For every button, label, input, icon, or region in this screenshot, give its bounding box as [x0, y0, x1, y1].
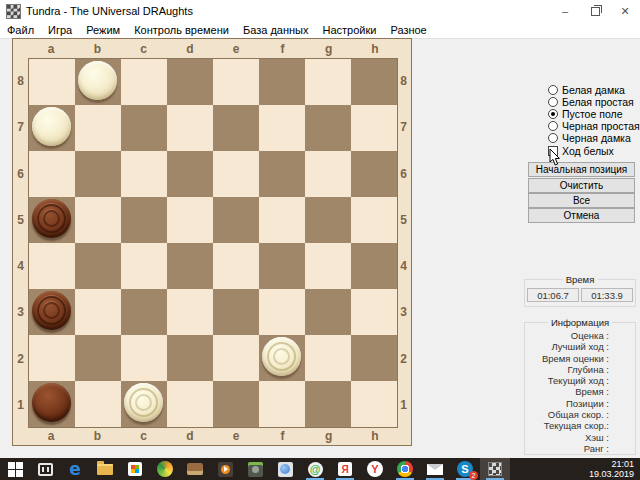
file-label: a	[28, 39, 74, 58]
taskbar-button-media-app[interactable]	[210, 458, 240, 480]
square-h1[interactable]	[351, 381, 397, 427]
radio-unselected[interactable]	[548, 121, 558, 131]
radio-label: Черная дамка	[562, 132, 631, 144]
square-g1[interactable]	[305, 381, 351, 427]
square-d5[interactable]	[167, 197, 213, 243]
square-a1[interactable]	[29, 381, 75, 427]
rank-label: 4	[13, 243, 28, 289]
square-e4[interactable]	[213, 243, 259, 289]
white-king-c1[interactable]	[124, 383, 163, 422]
square-b5[interactable]	[75, 197, 121, 243]
chrome-icon	[397, 461, 413, 477]
taskbar-button-store[interactable]	[120, 458, 150, 480]
file-explorer-icon	[97, 464, 113, 475]
rank-labels-right: 87654321	[396, 58, 411, 428]
white-man-b8[interactable]	[78, 61, 117, 100]
info-row: Общая скор. :	[525, 409, 635, 420]
board-squares	[28, 58, 398, 428]
taskbar-button-start[interactable]	[0, 458, 30, 480]
info-row: Оценка :	[525, 330, 635, 341]
info-row: Ранг :	[525, 443, 635, 454]
info-row: Время оценки :	[525, 353, 635, 364]
taskbar-button-edge[interactable]: e	[60, 458, 90, 480]
square-g8[interactable]	[305, 59, 351, 105]
square-f3[interactable]	[259, 289, 305, 335]
menu-item[interactable]: Контроль времени	[127, 24, 236, 36]
square-c5[interactable]	[121, 197, 167, 243]
rank-label: 4	[396, 243, 411, 289]
square-a4[interactable]	[29, 243, 75, 289]
menu-item[interactable]: Разное	[383, 24, 433, 36]
rank-label: 6	[396, 151, 411, 197]
media-app-icon	[218, 462, 233, 477]
info-group: Информация Оценка :Лучший ход :Время оце…	[524, 322, 636, 455]
taskbar-button-task-view[interactable]	[30, 458, 60, 480]
square-f2[interactable]	[259, 335, 305, 381]
square-c2[interactable]	[121, 335, 167, 381]
app-checkers-icon	[6, 4, 21, 19]
square-f1[interactable]	[259, 381, 305, 427]
square-e7[interactable]	[213, 105, 259, 151]
square-g6[interactable]	[305, 151, 351, 197]
rank-label: 8	[13, 58, 28, 104]
taskbar: e@ЯYS2 21:01 19.03.2019	[0, 458, 640, 480]
restore-icon[interactable]	[580, 0, 610, 22]
white-king-f2[interactable]	[262, 337, 301, 376]
square-g4[interactable]	[305, 243, 351, 289]
radio-option[interactable]: Пустое поле	[548, 108, 640, 120]
square-b3[interactable]	[75, 289, 121, 335]
taskbar-button-file-explorer[interactable]	[90, 458, 120, 480]
mail-icon	[427, 464, 443, 475]
menu-item[interactable]: Режим	[79, 24, 127, 36]
info-row: Лучший ход :	[525, 341, 635, 352]
square-e1[interactable]	[213, 381, 259, 427]
taskbar-button-sphere-browser[interactable]	[150, 458, 180, 480]
file-labels-top: abcdefgh	[28, 39, 398, 58]
rank-labels-left: 87654321	[13, 58, 28, 428]
info-row: Время :	[525, 386, 635, 397]
square-c6[interactable]	[121, 151, 167, 197]
radio-option[interactable]: Белая дамка	[548, 84, 640, 96]
file-label: a	[28, 426, 74, 445]
white-to-move-label: Ход белых	[562, 145, 614, 157]
minimize-icon[interactable]: –	[550, 0, 580, 22]
square-g3[interactable]	[305, 289, 351, 335]
menu-item[interactable]: Файл	[0, 24, 41, 36]
rank-label: 8	[396, 58, 411, 104]
file-label: h	[352, 39, 398, 58]
square-b1[interactable]	[75, 381, 121, 427]
task-view-icon	[38, 463, 53, 476]
radio-label: Пустое поле	[562, 108, 622, 120]
square-e2[interactable]	[213, 335, 259, 381]
square-d3[interactable]	[167, 289, 213, 335]
square-h8[interactable]	[351, 59, 397, 105]
square-g2[interactable]	[305, 335, 351, 381]
square-c8[interactable]	[121, 59, 167, 105]
square-d1[interactable]	[167, 381, 213, 427]
close-icon[interactable]: ✕	[610, 0, 640, 22]
camera-app-icon	[248, 462, 263, 477]
square-c4[interactable]	[121, 243, 167, 289]
radio-option[interactable]: Белая простая	[548, 96, 640, 108]
square-b4[interactable]	[75, 243, 121, 289]
store-icon	[128, 462, 142, 476]
rank-label: 2	[396, 336, 411, 382]
file-label: d	[167, 426, 213, 445]
square-h2[interactable]	[351, 335, 397, 381]
white-man-a7[interactable]	[32, 107, 71, 146]
piece-type-radio-group: Белая дамкаБелая простаяПустое полеЧерна…	[548, 84, 640, 144]
tundra-icon	[488, 462, 502, 476]
square-a2[interactable]	[29, 335, 75, 381]
checkers-board: abcdefgh 87654321 87654321 abcdefgh	[12, 38, 412, 446]
menu-bar: ФайлИграРежимКонтроль времениБаза данных…	[0, 22, 640, 39]
square-a8[interactable]	[29, 59, 75, 105]
taskbar-button-internet-explorer[interactable]	[270, 458, 300, 480]
info-row: Текущий ход :	[525, 375, 635, 386]
square-d7[interactable]	[167, 105, 213, 151]
rank-label: 6	[13, 151, 28, 197]
square-d6[interactable]	[167, 151, 213, 197]
info-row: Хэш :	[525, 432, 635, 443]
square-e8[interactable]	[213, 59, 259, 105]
square-b2[interactable]	[75, 335, 121, 381]
square-e3[interactable]	[213, 289, 259, 335]
file-label: c	[121, 39, 167, 58]
yandex-browser-icon: Y	[367, 461, 383, 477]
internet-explorer-icon	[278, 462, 293, 477]
square-d8[interactable]	[167, 59, 213, 105]
taskbar-button-mail[interactable]	[420, 458, 450, 480]
button[interactable]: Отмена	[528, 208, 635, 223]
icq-icon: @	[308, 462, 323, 477]
title-bar: Tundra - The UNiversal DRAughts – ✕	[0, 0, 640, 22]
caption-buttons: – ✕	[550, 0, 640, 22]
square-d2[interactable]	[167, 335, 213, 381]
radio-option[interactable]: Черная простая	[548, 120, 640, 132]
black-king-a3[interactable]	[32, 291, 71, 330]
black-man-a1[interactable]	[32, 383, 71, 422]
menu-item[interactable]: Игра	[41, 24, 79, 36]
yandex-icon: Я	[338, 462, 352, 476]
square-h5[interactable]	[351, 197, 397, 243]
rank-label: 3	[13, 289, 28, 335]
square-h6[interactable]	[351, 151, 397, 197]
sphere-browser-icon	[157, 461, 173, 477]
square-c7[interactable]	[121, 105, 167, 151]
file-label: b	[74, 426, 120, 445]
button[interactable]: Все	[528, 193, 635, 208]
info-row: Позиции :	[525, 398, 635, 409]
rank-label: 5	[396, 197, 411, 243]
taskbar-button-camera-app[interactable]	[240, 458, 270, 480]
start-icon	[8, 462, 23, 477]
mouse-cursor	[549, 149, 561, 170]
file-label: d	[167, 39, 213, 58]
square-b6[interactable]	[75, 151, 121, 197]
taskbar-button-chrome[interactable]	[390, 458, 420, 480]
square-e5[interactable]	[213, 197, 259, 243]
badge: 2	[469, 471, 478, 480]
square-d4[interactable]	[167, 243, 213, 289]
square-e6[interactable]	[213, 151, 259, 197]
music-app-icon	[187, 463, 203, 475]
window-title: Tundra - The UNiversal DRAughts	[26, 5, 193, 17]
file-label: e	[213, 426, 259, 445]
button[interactable]: Очистить	[528, 178, 635, 193]
file-label: b	[74, 39, 120, 58]
taskbar-button-icq[interactable]: @	[300, 458, 330, 480]
square-h7[interactable]	[351, 105, 397, 151]
app-window: Tundra - The UNiversal DRAughts – ✕ Файл…	[0, 0, 640, 480]
square-b8[interactable]	[75, 59, 121, 105]
radio-unselected[interactable]	[548, 97, 558, 107]
square-f8[interactable]	[259, 59, 305, 105]
square-f7[interactable]	[259, 105, 305, 151]
info-row: Глубина :	[525, 364, 635, 375]
file-label: e	[213, 39, 259, 58]
rank-label: 7	[396, 104, 411, 150]
menu-item[interactable]: Настройки	[315, 24, 383, 36]
square-f5[interactable]	[259, 197, 305, 243]
file-label: f	[259, 426, 305, 445]
taskbar-clock[interactable]: 21:01 19.03.2019	[589, 458, 640, 480]
rank-label: 3	[396, 289, 411, 335]
radio-unselected[interactable]	[548, 85, 558, 95]
rank-label: 1	[13, 382, 28, 428]
radio-label: Белая простая	[562, 96, 634, 108]
time-group: Время 01:06.7 01:33.9	[524, 279, 636, 307]
white-clock: 01:06.7	[527, 288, 579, 302]
square-a6[interactable]	[29, 151, 75, 197]
edge-icon: e	[69, 459, 81, 479]
clock-date: 19.03.2019	[589, 469, 634, 479]
button[interactable]: Начальная позиция	[528, 162, 635, 177]
rank-label: 1	[396, 382, 411, 428]
square-g5[interactable]	[305, 197, 351, 243]
rank-label: 2	[13, 336, 28, 382]
square-c3[interactable]	[121, 289, 167, 335]
rank-label: 5	[13, 197, 28, 243]
taskbar-button-skype[interactable]: S2	[450, 458, 480, 480]
black-clock: 01:33.9	[581, 288, 633, 302]
file-label: g	[306, 39, 352, 58]
square-h3[interactable]	[351, 289, 397, 335]
radio-selected[interactable]	[548, 109, 558, 119]
square-h4[interactable]	[351, 243, 397, 289]
menu-item[interactable]: База данных	[236, 24, 316, 36]
taskbar-button-tundra[interactable]	[480, 458, 510, 480]
taskbar-button-yandex-browser[interactable]: Y	[360, 458, 390, 480]
info-group-title: Информация	[548, 317, 612, 328]
taskbar-button-music-app[interactable]	[180, 458, 210, 480]
square-a5[interactable]	[29, 197, 75, 243]
file-label: h	[352, 426, 398, 445]
file-label: f	[259, 39, 305, 58]
square-f4[interactable]	[259, 243, 305, 289]
file-labels-bottom: abcdefgh	[28, 426, 398, 445]
square-g7[interactable]	[305, 105, 351, 151]
radio-unselected[interactable]	[548, 133, 558, 143]
square-a3[interactable]	[29, 289, 75, 335]
radio-label: Черная простая	[562, 120, 640, 132]
file-label: g	[306, 426, 352, 445]
file-label: c	[121, 426, 167, 445]
square-a7[interactable]	[29, 105, 75, 151]
radio-option[interactable]: Черная дамка	[548, 132, 640, 144]
black-king-a5[interactable]	[32, 199, 71, 238]
time-group-title: Время	[563, 274, 598, 285]
radio-label: Белая дамка	[562, 84, 625, 96]
square-f6[interactable]	[259, 151, 305, 197]
taskbar-button-yandex[interactable]: Я	[330, 458, 360, 480]
clock-time: 21:01	[589, 459, 634, 469]
rank-label: 7	[13, 104, 28, 150]
info-row: Текущая скор.:	[525, 420, 635, 431]
square-c1[interactable]	[121, 381, 167, 427]
square-b7[interactable]	[75, 105, 121, 151]
